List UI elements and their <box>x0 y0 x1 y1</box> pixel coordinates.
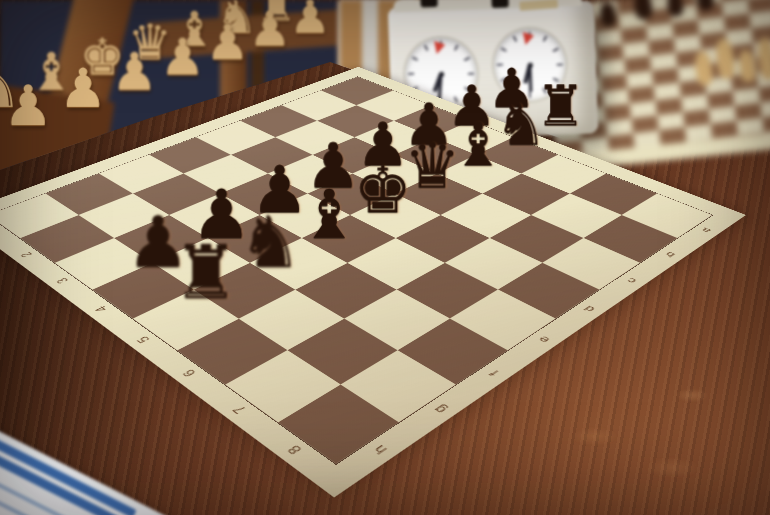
tournament-photo-scene: ♜♞♝♛♚♝♞♜♟♟♟♟♟♟♟♟♟♟♟♟♟♟♟♟♜♞♝♛♚♝♞♜ abcdefg… <box>0 0 770 515</box>
board-squares: ♜♞♝♛♚♝♞♜♟♟♟♟♟♟♟♟♟♟♟♟♟♟♟♟♜♞♝♛♚♝♞♜ <box>0 77 712 464</box>
chess-board: ♜♞♝♛♚♝♞♜♟♟♟♟♟♟♟♟♟♟♟♟♟♟♟♟♜♞♝♛♚♝♞♜ abcdefg… <box>0 67 746 498</box>
white-pawn-g2[interactable]: ♟ <box>0 72 60 139</box>
white-pawn-e2[interactable]: ♟ <box>105 41 164 103</box>
board-perspective-wrapper: ♜♞♝♛♚♝♞♜♟♟♟♟♟♟♟♟♟♟♟♟♟♟♟♟♜♞♝♛♚♝♞♜ abcdefg… <box>0 0 770 515</box>
white-pawn-f2[interactable]: ♟ <box>53 56 114 120</box>
black-rook-h8[interactable]: ♜ <box>165 228 248 316</box>
white-pawn-h2[interactable]: ♟ <box>0 89 2 158</box>
